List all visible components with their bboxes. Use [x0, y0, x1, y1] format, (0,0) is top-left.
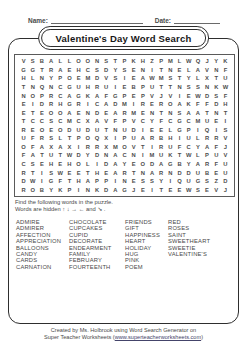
grid-cell: D	[175, 168, 184, 177]
grid-cell: B	[157, 134, 166, 143]
name-blank-field[interactable]	[51, 16, 143, 24]
grid-cell: B	[37, 57, 46, 66]
grid-cell: V	[202, 66, 211, 75]
grid-cell: T	[138, 143, 147, 152]
grid-cell: U	[221, 74, 230, 83]
grid-cell: H	[221, 100, 230, 109]
grid-cell: P	[65, 185, 74, 194]
grid-cell: A	[111, 151, 120, 160]
grid-cell: R	[120, 108, 129, 117]
grid-cell: E	[129, 66, 138, 75]
grid-cell: A	[111, 168, 120, 177]
grid-cell: P	[74, 134, 83, 143]
footer: Created by Ms. Holbrook using Word Searc…	[0, 327, 247, 341]
grid-cell: N	[83, 108, 92, 117]
grid-cell: D	[102, 66, 111, 75]
grid-cell: M	[166, 57, 175, 66]
grid-cell: D	[37, 100, 46, 109]
grid-cell: T	[56, 151, 65, 160]
grid-cell: T	[157, 66, 166, 75]
word-list: ADMIREADMIRERAFFECTIONAPPRECIATIONBALLOO…	[16, 219, 234, 270]
grid-cell: W	[147, 74, 156, 83]
grid-cell: N	[212, 108, 221, 117]
grid-cell: I	[92, 160, 101, 169]
grid-cell: R	[212, 134, 221, 143]
grid-cell: N	[138, 168, 147, 177]
grid-cell: I	[37, 177, 46, 186]
grid-cell: U	[221, 160, 230, 169]
grid-cell: F	[28, 143, 37, 152]
grid-cell: P	[184, 126, 193, 135]
grid-cell: C	[184, 143, 193, 152]
grid-cell: T	[221, 108, 230, 117]
grid-cell: Y	[83, 151, 92, 160]
grid-cell: E	[129, 91, 138, 100]
grid-cell: A	[138, 74, 147, 83]
grid-cell: A	[37, 143, 46, 152]
grid-cell: T	[37, 151, 46, 160]
grid-cell: A	[147, 168, 156, 177]
grid-cell: E	[157, 126, 166, 135]
grid-cell: H	[47, 160, 56, 169]
grid-cell: R	[202, 134, 211, 143]
grid-cell: E	[74, 74, 83, 83]
grid-cell: T	[65, 177, 74, 186]
grid-cell: L	[193, 74, 202, 83]
grid-cell: L	[28, 74, 37, 83]
grid-cell: T	[157, 83, 166, 92]
grid-cell: S	[184, 83, 193, 92]
grid-cell: M	[120, 100, 129, 109]
grid-cell: S	[102, 57, 111, 66]
grid-cell: P	[120, 134, 129, 143]
grid-cell: C	[56, 91, 65, 100]
grid-cell: F	[202, 100, 211, 109]
grid-cell: E	[212, 117, 221, 126]
grid-cell: W	[184, 185, 193, 194]
grid-cell: R	[47, 91, 56, 100]
word-column: REDROSESSAINTSWEETHEARTSWEETIEVALENTINE'…	[168, 219, 234, 270]
grid-cell: R	[92, 143, 101, 152]
grid-cell: T	[212, 74, 221, 83]
grid-cell: S	[221, 126, 230, 135]
grid-cell: F	[212, 143, 221, 152]
grid-cell: K	[83, 91, 92, 100]
grid-cell: N	[138, 66, 147, 75]
grid-cell: A	[202, 143, 211, 152]
grid-cell: G	[193, 177, 202, 186]
grid-cell: E	[129, 74, 138, 83]
grid-cell: E	[120, 83, 129, 92]
grid-cell: E	[166, 185, 175, 194]
grid-cell: E	[102, 168, 111, 177]
grid-cell: G	[28, 66, 37, 75]
grid-cell: V	[221, 134, 230, 143]
date-blank-field[interactable]	[174, 16, 220, 24]
grid-cell: T	[111, 57, 120, 66]
grid-cell: U	[202, 117, 211, 126]
grid-cell: E	[184, 91, 193, 100]
grid-cell: E	[37, 160, 46, 169]
grid-cell: T	[65, 134, 74, 143]
grid-cell: L	[184, 66, 193, 75]
grid-cell: S	[147, 177, 156, 186]
grid-cell: T	[102, 126, 111, 135]
grid-cell: S	[138, 177, 147, 186]
title-banner: Valentine's Day Word Search	[38, 26, 210, 50]
grid-cell: O	[28, 185, 37, 194]
grid-cell: W	[184, 57, 193, 66]
grid-cell: T	[28, 108, 37, 117]
grid-cell: T	[28, 168, 37, 177]
footer-line2-suffix: )	[201, 334, 203, 340]
grid-cell: D	[102, 160, 111, 169]
grid-cell: O	[56, 126, 65, 135]
grid-cell: I	[147, 185, 156, 194]
grid-cell: S	[92, 66, 101, 75]
grid-cell: C	[83, 66, 92, 75]
grid-cell: T	[175, 74, 184, 83]
grid-cell: F	[56, 177, 65, 186]
grid-cell: D	[19, 177, 28, 186]
grid-cell: S	[193, 185, 202, 194]
grid-cell: R	[92, 83, 101, 92]
grid-cell: G	[19, 66, 28, 75]
footer-line1: Created by Ms. Holbrook using Word Searc…	[0, 327, 247, 334]
grid-cell: G	[65, 83, 74, 92]
grid-cell: I	[120, 74, 129, 83]
grid-cell: A	[184, 108, 193, 117]
grid-cell: X	[83, 117, 92, 126]
grid-cell: R	[47, 66, 56, 75]
grid-cell: H	[92, 168, 101, 177]
grid-cell: V	[147, 91, 156, 100]
grid-cell: O	[83, 134, 92, 143]
grid-cell: I	[111, 134, 120, 143]
grid-cell: O	[120, 143, 129, 152]
grid-cell: E	[74, 108, 83, 117]
grid-cell: I	[193, 126, 202, 135]
grid-cell: G	[175, 126, 184, 135]
grid-cell: N	[120, 177, 129, 186]
grid-cell: I	[129, 100, 138, 109]
grid-cell: C	[56, 117, 65, 126]
grid-cell: T	[157, 108, 166, 117]
grid-cell: N	[166, 168, 175, 177]
grid-cell: V	[212, 185, 221, 194]
grid-cell: E	[56, 160, 65, 169]
grid-cell: V	[166, 91, 175, 100]
grid-cell: O	[138, 160, 147, 169]
grid-cell: A	[56, 66, 65, 75]
grid-cell: C	[74, 117, 83, 126]
grid-cell: I	[74, 185, 83, 194]
grid-cell: U	[129, 134, 138, 143]
grid-cell: G	[47, 177, 56, 186]
grid-cell: E	[19, 100, 28, 109]
grid-cell: J	[221, 143, 230, 152]
grid-cell: M	[157, 74, 166, 83]
grid-cell: G	[175, 117, 184, 126]
grid-cell: P	[120, 57, 129, 66]
word-search-grid-frame: VSBALLOONSTPKHZPMLWQJYKGGTRAEHCSDYSENITN…	[14, 54, 235, 197]
grid-cell: I	[74, 143, 83, 152]
grid-cell: D	[92, 74, 101, 83]
grid-cell: U	[47, 151, 56, 160]
grid-cell: R	[74, 100, 83, 109]
grid-cell: V	[102, 117, 111, 126]
grid-cell: F	[221, 66, 230, 75]
grid-cell: D	[212, 100, 221, 109]
grid-cell: Y	[212, 57, 221, 66]
grid-cell: O	[83, 57, 92, 66]
grid-cell: A	[65, 108, 74, 117]
grid-cell: E	[37, 108, 46, 117]
grid-cell: T	[19, 117, 28, 126]
grid-cell: O	[28, 91, 37, 100]
grid-cell: U	[19, 134, 28, 143]
grid-cell: Q	[37, 83, 46, 92]
grid-cell: E	[202, 185, 211, 194]
instructions-line2: Words are hidden ↑ ↓ → ← and ↘ .	[15, 206, 113, 213]
grid-cell: D	[83, 126, 92, 135]
grid-cell: I	[28, 100, 37, 109]
grid-cell: O	[47, 108, 56, 117]
grid-cell: D	[184, 168, 193, 177]
instructions-line1: Find the following words in the puzzle.	[15, 199, 113, 206]
grid-cell: H	[56, 100, 65, 109]
grid-cell: I	[83, 100, 92, 109]
grid-cell: A	[83, 177, 92, 186]
grid-cell: H	[19, 74, 28, 83]
grid-cell: B	[175, 160, 184, 169]
grid-cell: G	[111, 91, 120, 100]
grid-cell: A	[138, 134, 147, 143]
grid-cell: F	[111, 117, 120, 126]
grid-cell: S	[47, 134, 56, 143]
grid-cell: P	[138, 91, 147, 100]
grid-cell: N	[28, 83, 37, 92]
grid-cell: R	[157, 100, 166, 109]
grid-cell: H	[74, 66, 83, 75]
grid-cell: T	[166, 83, 175, 92]
grid-cell: A	[56, 143, 65, 152]
grid-cell: R	[157, 168, 166, 177]
grid-cell: J	[129, 185, 138, 194]
grid-cell: A	[28, 151, 37, 160]
grid-cell: R	[120, 168, 129, 177]
grid-cell: Y	[120, 160, 129, 169]
grid-cell: O	[74, 57, 83, 66]
grid-cell: V	[129, 117, 138, 126]
grid-cell: Y	[157, 177, 166, 186]
grid-cell: I	[175, 91, 184, 100]
grid-cell: D	[147, 160, 156, 169]
grid-cell: E	[28, 126, 37, 135]
word-list-item: APPRECIATION	[16, 238, 69, 244]
grid-cell: X	[102, 143, 111, 152]
grid-cell: I	[166, 177, 175, 186]
grid-cell: K	[166, 151, 175, 160]
grid-cell: J	[157, 91, 166, 100]
grid-cell: E	[147, 100, 156, 109]
word-list-item: POEM	[125, 264, 168, 270]
grid-cell: W	[56, 168, 65, 177]
grid-cell: D	[65, 126, 74, 135]
grid-cell: R	[47, 100, 56, 109]
grid-cell: A	[111, 108, 120, 117]
grid-cell: R	[202, 160, 211, 169]
grid-cell: C	[138, 117, 147, 126]
grid-cell: U	[221, 168, 230, 177]
grid-cell: S	[202, 177, 211, 186]
grid-cell: E	[138, 108, 147, 117]
grid-cell: W	[193, 91, 202, 100]
grid-cell: R	[19, 185, 28, 194]
grid-cell: G	[166, 160, 175, 169]
word-column: FRIENDSGIFTHAPPINESSHEARTHOLIDAYHUGPINKP…	[125, 219, 168, 270]
grid-cell: Y	[184, 74, 193, 83]
grid-cell: I	[111, 177, 120, 186]
grid-cell: N	[175, 83, 184, 92]
grid-cell: M	[193, 117, 202, 126]
grid-cell: R	[83, 143, 92, 152]
grid-cell: S	[47, 168, 56, 177]
grid-cell: O	[56, 108, 65, 117]
word-column: CHOCOLATECUPCAKESCUPIDDECORATEENDEARMENT…	[69, 219, 125, 270]
grid-cell: D	[92, 151, 101, 160]
grid-cell: W	[28, 177, 37, 186]
grid-cell: E	[129, 160, 138, 169]
grid-cell: W	[65, 151, 74, 160]
grid-cell: E	[212, 168, 221, 177]
grid-cell: J	[202, 57, 211, 66]
grid-cell: L	[193, 134, 202, 143]
grid-cell: R	[19, 168, 28, 177]
grid-cell: E	[74, 168, 83, 177]
grid-cell: G	[65, 100, 74, 109]
grid-cell: R	[157, 143, 166, 152]
grid-cell: H	[65, 160, 74, 169]
grid-cell: L	[166, 126, 175, 135]
grid-cell: D	[202, 91, 211, 100]
grid-cell: M	[147, 151, 156, 160]
grid-cell: F	[212, 160, 221, 169]
grid-cell: U	[166, 143, 175, 152]
grid-cell: F	[102, 91, 111, 100]
date-label: Date:	[155, 17, 171, 24]
word-list-item: CARNATION	[16, 264, 69, 270]
grid-cell: I	[147, 66, 156, 75]
grid-cell: A	[47, 57, 56, 66]
grid-cell: D	[111, 100, 120, 109]
grid-cell: U	[102, 83, 111, 92]
grid-cell: L	[56, 57, 65, 66]
grid-cell: N	[83, 185, 92, 194]
grid-cell: P	[102, 177, 111, 186]
grid-cell: Z	[212, 177, 221, 186]
grid-cell: U	[74, 126, 83, 135]
grid-cell: A	[65, 91, 74, 100]
grid-cell: S	[193, 83, 202, 92]
grid-cell: N	[166, 66, 175, 75]
grid-cell: A	[157, 160, 166, 169]
grid-cell: O	[37, 126, 46, 135]
footer-url-link[interactable]: www.superteacherworksheets.com	[115, 334, 201, 340]
grid-cell: Y	[193, 143, 202, 152]
grid-cell: F	[175, 143, 184, 152]
grid-cell: O	[166, 100, 175, 109]
grid-cell: P	[120, 117, 129, 126]
word-column: ADMIREADMIRERAFFECTIONAPPRECIATIONBALLOO…	[16, 219, 69, 270]
grid-cell: P	[138, 83, 147, 92]
grid-cell: Q	[202, 126, 211, 135]
grid-cell: F	[193, 100, 202, 109]
grid-cell: R	[147, 134, 156, 143]
grid-cell: Q	[175, 177, 184, 186]
grid-cell: I	[212, 126, 221, 135]
grid-cell: L	[83, 160, 92, 169]
grid-cell: C	[92, 100, 101, 109]
grid-cell: V	[19, 57, 28, 66]
grid-cell: S	[28, 160, 37, 169]
letter-grid: VSBALLOONSTPKHZPMLWQJYKGGTRAEHCSDYSENITN…	[19, 57, 230, 194]
grid-cell: N	[202, 83, 211, 92]
grid-cell: I	[37, 168, 46, 177]
grid-cell: O	[19, 143, 28, 152]
grid-cell: L	[56, 134, 65, 143]
grid-cell: E	[147, 126, 156, 135]
grid-cell: Y	[147, 117, 156, 126]
grid-cell: G	[120, 185, 129, 194]
grid-cell: T	[83, 168, 92, 177]
grid-cell: D	[129, 126, 138, 135]
grid-cell: T	[19, 83, 28, 92]
grid-cell: K	[129, 57, 138, 66]
grid-cell: N	[147, 108, 156, 117]
grid-cell: E	[65, 168, 74, 177]
grid-cell: P	[56, 74, 65, 83]
grid-cell: N	[166, 108, 175, 117]
grid-cell: T	[175, 151, 184, 160]
grid-cell: E	[65, 66, 74, 75]
grid-cell: N	[19, 91, 28, 100]
grid-cell: K	[184, 100, 193, 109]
grid-cell: E	[175, 185, 184, 194]
grid-cell: J	[221, 185, 230, 194]
grid-cell: U	[92, 126, 101, 135]
grid-cell: X	[102, 134, 111, 143]
grid-cell: F	[221, 91, 230, 100]
grid-cell: U	[147, 83, 156, 92]
grid-cell: U	[184, 177, 193, 186]
word-list-item: FOURTEENTH	[69, 264, 125, 270]
grid-cell: F	[19, 151, 28, 160]
grid-cell: A	[92, 91, 101, 100]
footer-line2-prefix: Super Teacher Worksheets (	[44, 334, 115, 340]
grid-cell: H	[138, 57, 147, 66]
grid-cell: C	[166, 117, 175, 126]
grid-cell: Y	[111, 66, 120, 75]
grid-cell: Y	[47, 74, 56, 83]
grid-cell: H	[74, 177, 83, 186]
instructions: Find the following words in the puzzle. …	[15, 199, 113, 213]
grid-cell: N	[47, 83, 56, 92]
grid-cell: U	[157, 151, 166, 160]
grid-cell: X	[65, 143, 74, 152]
grid-cell: O	[65, 74, 74, 83]
grid-cell: A	[111, 185, 120, 194]
